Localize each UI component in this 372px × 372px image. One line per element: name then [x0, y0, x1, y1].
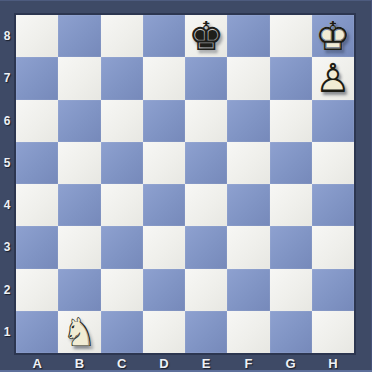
square-a2[interactable] [16, 269, 58, 311]
square-h8[interactable]: ♚♔ [312, 15, 354, 57]
square-b3[interactable] [58, 226, 100, 268]
rank-label-8: 8 [0, 15, 14, 57]
square-b6[interactable] [58, 100, 100, 142]
white-knight-outline: ♘ [58, 311, 100, 353]
square-d2[interactable] [143, 269, 185, 311]
rank-label-3: 3 [0, 226, 14, 268]
square-b4[interactable] [58, 184, 100, 226]
file-label-h: H [312, 355, 354, 371]
square-e8[interactable]: ♚ [185, 15, 227, 57]
square-b1[interactable]: ♞♘ [58, 311, 100, 353]
square-a8[interactable] [16, 15, 58, 57]
square-c6[interactable] [101, 100, 143, 142]
square-c4[interactable] [101, 184, 143, 226]
white-pawn-glyph: ♟ [312, 57, 354, 99]
square-e7[interactable] [185, 57, 227, 99]
square-g8[interactable] [270, 15, 312, 57]
square-d3[interactable] [143, 226, 185, 268]
square-e2[interactable] [185, 269, 227, 311]
square-g5[interactable] [270, 142, 312, 184]
square-f1[interactable] [227, 311, 269, 353]
rank-label-7: 7 [0, 57, 14, 99]
file-label-b: B [58, 355, 100, 371]
square-h4[interactable] [312, 184, 354, 226]
square-d7[interactable] [143, 57, 185, 99]
square-a5[interactable] [16, 142, 58, 184]
square-a4[interactable] [16, 184, 58, 226]
square-d8[interactable] [143, 15, 185, 57]
piece-black-king[interactable]: ♚ [185, 15, 227, 57]
rank-label-2: 2 [0, 269, 14, 311]
square-g7[interactable] [270, 57, 312, 99]
square-f3[interactable] [227, 226, 269, 268]
rank-label-4: 4 [0, 184, 14, 226]
square-h5[interactable] [312, 142, 354, 184]
square-b2[interactable] [58, 269, 100, 311]
square-a1[interactable] [16, 311, 58, 353]
square-c1[interactable] [101, 311, 143, 353]
page-background: 87654321 ♚♚♔♟♙♞♘ ABCDEFGH [0, 0, 372, 372]
square-b8[interactable] [58, 15, 100, 57]
square-g2[interactable] [270, 269, 312, 311]
rank-labels: 87654321 [0, 15, 14, 353]
piece-white-pawn[interactable]: ♟♙ [312, 57, 354, 99]
file-label-a: A [16, 355, 58, 371]
square-f5[interactable] [227, 142, 269, 184]
white-knight-glyph: ♞ [58, 311, 100, 353]
rank-label-1: 1 [0, 311, 14, 353]
square-f4[interactable] [227, 184, 269, 226]
file-label-e: E [185, 355, 227, 371]
square-e5[interactable] [185, 142, 227, 184]
square-h1[interactable] [312, 311, 354, 353]
file-label-c: C [101, 355, 143, 371]
square-c5[interactable] [101, 142, 143, 184]
file-labels: ABCDEFGH [16, 355, 354, 371]
square-b7[interactable] [58, 57, 100, 99]
file-label-d: D [143, 355, 185, 371]
square-c3[interactable] [101, 226, 143, 268]
square-g3[interactable] [270, 226, 312, 268]
white-king-glyph: ♚ [312, 15, 354, 57]
square-d6[interactable] [143, 100, 185, 142]
square-g1[interactable] [270, 311, 312, 353]
square-f6[interactable] [227, 100, 269, 142]
square-c7[interactable] [101, 57, 143, 99]
square-h6[interactable] [312, 100, 354, 142]
square-c8[interactable] [101, 15, 143, 57]
square-c2[interactable] [101, 269, 143, 311]
square-a3[interactable] [16, 226, 58, 268]
square-e6[interactable] [185, 100, 227, 142]
piece-white-knight[interactable]: ♞♘ [58, 311, 100, 353]
chess-board: ♚♚♔♟♙♞♘ [14, 13, 356, 355]
square-h3[interactable] [312, 226, 354, 268]
square-a7[interactable] [16, 57, 58, 99]
square-d5[interactable] [143, 142, 185, 184]
rank-label-5: 5 [0, 142, 14, 184]
square-e1[interactable] [185, 311, 227, 353]
square-b5[interactable] [58, 142, 100, 184]
black-king-glyph: ♚ [185, 15, 227, 57]
square-h7[interactable]: ♟♙ [312, 57, 354, 99]
square-e3[interactable] [185, 226, 227, 268]
square-f2[interactable] [227, 269, 269, 311]
white-pawn-outline: ♙ [312, 57, 354, 99]
square-d4[interactable] [143, 184, 185, 226]
square-h2[interactable] [312, 269, 354, 311]
white-king-outline: ♔ [312, 15, 354, 57]
square-a6[interactable] [16, 100, 58, 142]
square-g6[interactable] [270, 100, 312, 142]
piece-white-king[interactable]: ♚♔ [312, 15, 354, 57]
file-label-f: F [227, 355, 269, 371]
square-e4[interactable] [185, 184, 227, 226]
square-g4[interactable] [270, 184, 312, 226]
page-top-highlight [0, 0, 372, 1]
rank-label-6: 6 [0, 100, 14, 142]
file-label-g: G [270, 355, 312, 371]
square-f8[interactable] [227, 15, 269, 57]
square-f7[interactable] [227, 57, 269, 99]
square-d1[interactable] [143, 311, 185, 353]
